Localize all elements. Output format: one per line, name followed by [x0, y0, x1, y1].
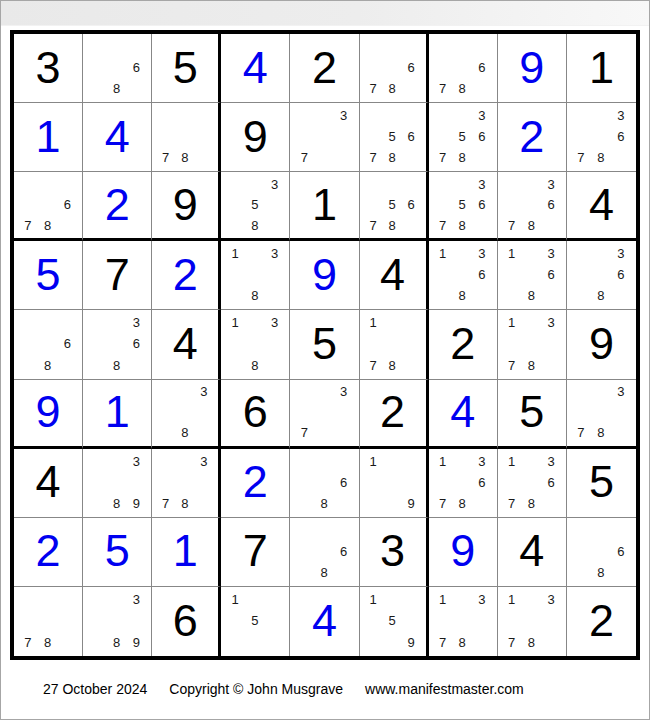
- pencil-digit-3: 3: [541, 451, 561, 472]
- cell-r5c6[interactable]: 178: [360, 310, 429, 379]
- cell-r2c7[interactable]: 35678: [429, 103, 498, 172]
- pencil-digit-1: 1: [364, 589, 383, 610]
- pencil-digit-6: 6: [541, 472, 561, 493]
- pencil-digit-8: 8: [245, 285, 265, 306]
- cell-r3c3[interactable]: 9: [152, 172, 221, 241]
- cell-r5c1[interactable]: 68: [14, 310, 83, 379]
- solved-digit: 1: [105, 389, 130, 434]
- pencil-digit-8: 8: [245, 355, 265, 376]
- cell-r7c5[interactable]: 68: [290, 449, 359, 518]
- cell-r1c8[interactable]: 9: [498, 34, 567, 103]
- pencil-digit-1: 1: [433, 451, 453, 472]
- cell-r8c7[interactable]: 9: [429, 518, 498, 587]
- given-digit: 5: [173, 45, 198, 90]
- pencil-digit-8: 8: [452, 285, 472, 306]
- footer-copyright: Copyright © John Musgrave: [169, 681, 343, 697]
- pencil-digit-8: 8: [245, 215, 265, 235]
- cell-r4c2[interactable]: 7: [83, 241, 152, 310]
- pencil-marks: 1378: [429, 587, 497, 656]
- given-digit: 9: [243, 114, 268, 159]
- pencil-digit-3: 3: [334, 382, 354, 402]
- cell-r6c1[interactable]: 9: [14, 380, 83, 449]
- pencil-digit-5: 5: [245, 610, 265, 631]
- cell-r8c1[interactable]: 2: [14, 518, 83, 587]
- pencil-digit-8: 8: [521, 355, 541, 376]
- pencil-digit-6: 6: [611, 126, 631, 147]
- solved-digit: 5: [105, 528, 130, 573]
- pencil-marks: 178: [360, 310, 426, 378]
- cell-r8c5[interactable]: 68: [290, 518, 359, 587]
- pencil-marks: 678: [429, 34, 497, 102]
- cell-r8c3[interactable]: 1: [152, 518, 221, 587]
- pencil-digit-7: 7: [502, 355, 522, 376]
- pencil-digit-7: 7: [502, 493, 522, 514]
- pencil-digit-3: 3: [472, 105, 492, 126]
- cell-r3c2[interactable]: 2: [83, 172, 152, 241]
- cell-r1c1[interactable]: 3: [14, 34, 83, 103]
- cell-r4c3[interactable]: 2: [152, 241, 221, 310]
- pencil-digit-8: 8: [175, 422, 194, 442]
- cell-r7c8[interactable]: 13678: [498, 449, 567, 518]
- pencil-digit-8: 8: [383, 355, 402, 376]
- cell-r2c4[interactable]: 9: [221, 103, 290, 172]
- cell-r7c9[interactable]: 5: [567, 449, 636, 518]
- pencil-digit-1: 1: [502, 451, 522, 472]
- cell-r8c8[interactable]: 4: [498, 518, 567, 587]
- pencil-digit-7: 7: [571, 422, 591, 442]
- cell-r5c4[interactable]: 138: [221, 310, 290, 379]
- cell-r3c9[interactable]: 4: [567, 172, 636, 241]
- pencil-marks: 37: [290, 380, 358, 446]
- pencil-digit-3: 3: [611, 382, 631, 402]
- cell-r6c2[interactable]: 1: [83, 380, 152, 449]
- pencil-marks: 1368: [429, 241, 497, 309]
- pencil-digit-8: 8: [591, 422, 611, 442]
- pencil-digit-7: 7: [433, 493, 453, 514]
- pencil-digit-1: 1: [364, 312, 383, 333]
- cell-r5c8[interactable]: 1378: [498, 310, 567, 379]
- pencil-digit-6: 6: [541, 264, 561, 285]
- given-digit: 6: [173, 598, 198, 643]
- pencil-marks: 68: [567, 518, 636, 586]
- pencil-digit-7: 7: [364, 215, 383, 235]
- cell-r8c4[interactable]: 7: [221, 518, 290, 587]
- pencil-digit-8: 8: [591, 147, 611, 168]
- pencil-digit-1: 1: [225, 589, 245, 610]
- pencil-digit-6: 6: [57, 195, 77, 215]
- pencil-marks: 1368: [498, 241, 566, 309]
- pencil-digit-8: 8: [38, 632, 58, 653]
- solved-digit: 1: [173, 528, 198, 573]
- given-digit: 5: [312, 321, 337, 366]
- cell-r3c1[interactable]: 678: [14, 172, 83, 241]
- pencil-digit-8: 8: [452, 78, 472, 99]
- cell-r1c7[interactable]: 678: [429, 34, 498, 103]
- cell-r5c5[interactable]: 5: [290, 310, 359, 379]
- pencil-digit-3: 3: [611, 105, 631, 126]
- cell-r5c2[interactable]: 368: [83, 310, 152, 379]
- cell-r2c3[interactable]: 78: [152, 103, 221, 172]
- pencil-digit-5: 5: [383, 126, 402, 147]
- given-digit: 4: [173, 321, 198, 366]
- pencil-marks: 78: [152, 103, 218, 171]
- pencil-marks: 358: [221, 172, 289, 238]
- pencil-digit-7: 7: [571, 147, 591, 168]
- window-title-bar: [1, 1, 649, 26]
- footer-date: 27 October 2024: [43, 681, 147, 697]
- cell-r1c2[interactable]: 68: [83, 34, 152, 103]
- pencil-digit-8: 8: [383, 215, 402, 235]
- solved-digit: 5: [36, 252, 61, 297]
- cell-r9c1[interactable]: 78: [14, 587, 83, 656]
- pencil-digit-5: 5: [245, 195, 265, 215]
- pencil-digit-8: 8: [452, 147, 472, 168]
- given-digit: 4: [519, 528, 544, 573]
- cell-r9c4[interactable]: 15: [221, 587, 290, 656]
- sudoku-board: 3685426786789114789375678356782367867829…: [10, 30, 640, 660]
- cell-r6c5[interactable]: 37: [290, 380, 359, 449]
- pencil-digit-5: 5: [383, 610, 402, 631]
- pencil-digit-7: 7: [18, 632, 38, 653]
- pencil-digit-7: 7: [433, 632, 453, 653]
- pencil-digit-8: 8: [107, 632, 127, 653]
- pencil-marks: 68: [290, 449, 358, 517]
- cell-r4c8[interactable]: 1368: [498, 241, 567, 310]
- pencil-digit-5: 5: [452, 195, 472, 215]
- solved-digit: 4: [312, 598, 337, 643]
- pencil-marks: 678: [360, 34, 426, 102]
- pencil-marks: 678: [14, 172, 82, 238]
- pencil-digit-3: 3: [472, 451, 492, 472]
- pencil-digit-1: 1: [433, 243, 453, 264]
- given-digit: 2: [589, 598, 614, 643]
- pencil-digit-6: 6: [127, 57, 147, 78]
- pencil-digit-7: 7: [502, 632, 522, 653]
- pencil-marks: 5678: [360, 103, 426, 171]
- cell-r7c3[interactable]: 378: [152, 449, 221, 518]
- cell-r1c9[interactable]: 1: [567, 34, 636, 103]
- pencil-digit-1: 1: [364, 451, 383, 472]
- cell-r6c7[interactable]: 4: [429, 380, 498, 449]
- cell-r2c9[interactable]: 3678: [567, 103, 636, 172]
- pencil-digit-3: 3: [127, 451, 147, 472]
- given-digit: 9: [589, 321, 614, 366]
- pencil-marks: 15: [221, 587, 289, 656]
- pencil-digit-5: 5: [383, 195, 402, 215]
- pencil-marks: 78: [14, 587, 82, 656]
- pencil-digit-1: 1: [225, 243, 245, 264]
- pencil-digit-9: 9: [402, 493, 421, 514]
- pencil-digit-5: 5: [452, 126, 472, 147]
- pencil-digit-7: 7: [156, 147, 175, 168]
- pencil-digit-3: 3: [265, 174, 285, 194]
- solved-digit: 4: [243, 45, 268, 90]
- given-digit: 4: [380, 252, 405, 297]
- cell-r9c8[interactable]: 1378: [498, 587, 567, 656]
- pencil-digit-6: 6: [402, 57, 421, 78]
- cell-r2c1[interactable]: 1: [14, 103, 83, 172]
- given-digit: 4: [36, 459, 61, 504]
- solved-digit: 2: [519, 114, 544, 159]
- pencil-digit-8: 8: [521, 215, 541, 235]
- pencil-digit-8: 8: [38, 355, 58, 376]
- cell-r5c9[interactable]: 9: [567, 310, 636, 379]
- solved-digit: 4: [450, 389, 475, 434]
- given-digit: 2: [380, 389, 405, 434]
- solved-digit: 9: [312, 252, 337, 297]
- pencil-digit-8: 8: [591, 285, 611, 306]
- pencil-marks: 37: [290, 103, 358, 171]
- cell-r1c3[interactable]: 5: [152, 34, 221, 103]
- pencil-marks: 3678: [498, 172, 566, 238]
- cell-r3c7[interactable]: 35678: [429, 172, 498, 241]
- pencil-digit-6: 6: [402, 195, 421, 215]
- pencil-marks: 389: [83, 449, 151, 517]
- cell-r3c8[interactable]: 3678: [498, 172, 567, 241]
- cell-r6c6[interactable]: 2: [360, 380, 429, 449]
- pencil-digit-8: 8: [521, 632, 541, 653]
- app-window: 3685426786789114789375678356782367867829…: [0, 0, 650, 720]
- solved-digit: 2: [36, 528, 61, 573]
- pencil-digit-8: 8: [452, 632, 472, 653]
- pencil-digit-6: 6: [472, 126, 492, 147]
- pencil-digit-7: 7: [364, 78, 383, 99]
- pencil-digit-9: 9: [127, 632, 147, 653]
- pencil-digit-3: 3: [334, 105, 354, 126]
- cell-r1c6[interactable]: 678: [360, 34, 429, 103]
- pencil-digit-6: 6: [472, 472, 492, 493]
- pencil-digit-6: 6: [334, 472, 354, 493]
- pencil-digit-3: 3: [611, 243, 631, 264]
- cell-r4c5[interactable]: 9: [290, 241, 359, 310]
- pencil-marks: 5678: [360, 172, 426, 238]
- pencil-digit-3: 3: [127, 312, 147, 333]
- pencil-digit-3: 3: [541, 589, 561, 610]
- pencil-digit-6: 6: [472, 264, 492, 285]
- given-digit: 2: [312, 45, 337, 90]
- pencil-digit-7: 7: [433, 78, 453, 99]
- cell-r9c5[interactable]: 4: [290, 587, 359, 656]
- given-digit: 2: [450, 321, 475, 366]
- pencil-digit-1: 1: [502, 312, 522, 333]
- given-digit: 5: [519, 389, 544, 434]
- cell-r8c9[interactable]: 68: [567, 518, 636, 587]
- cell-r1c5[interactable]: 2: [290, 34, 359, 103]
- solved-digit: 2: [243, 459, 268, 504]
- cell-r5c3[interactable]: 4: [152, 310, 221, 379]
- pencil-marks: 138: [221, 241, 289, 309]
- pencil-digit-8: 8: [452, 493, 472, 514]
- pencil-marks: 68: [14, 310, 82, 378]
- pencil-digit-8: 8: [591, 562, 611, 583]
- pencil-digit-1: 1: [502, 589, 522, 610]
- pencil-digit-7: 7: [364, 355, 383, 376]
- pencil-marks: 35678: [429, 103, 497, 171]
- pencil-marks: 3678: [567, 103, 636, 171]
- given-digit: 3: [380, 528, 405, 573]
- cell-r7c7[interactable]: 13678: [429, 449, 498, 518]
- solved-digit: 9: [519, 45, 544, 90]
- pencil-digit-3: 3: [541, 243, 561, 264]
- cell-r4c6[interactable]: 4: [360, 241, 429, 310]
- pencil-marks: 19: [360, 449, 426, 517]
- given-digit: 1: [589, 45, 614, 90]
- cell-r7c2[interactable]: 389: [83, 449, 152, 518]
- given-digit: 3: [36, 45, 61, 90]
- pencil-digit-6: 6: [541, 195, 561, 215]
- pencil-marks: 389: [83, 587, 151, 656]
- solved-digit: 9: [450, 528, 475, 573]
- pencil-digit-6: 6: [611, 541, 631, 562]
- cell-r8c6[interactable]: 3: [360, 518, 429, 587]
- cell-r7c1[interactable]: 4: [14, 449, 83, 518]
- pencil-digit-3: 3: [194, 451, 213, 472]
- cell-r2c5[interactable]: 37: [290, 103, 359, 172]
- cell-r9c9[interactable]: 2: [567, 587, 636, 656]
- cell-r4c4[interactable]: 138: [221, 241, 290, 310]
- cell-r3c4[interactable]: 358: [221, 172, 290, 241]
- pencil-digit-3: 3: [472, 174, 492, 194]
- pencil-marks: 368: [83, 310, 151, 378]
- cell-r5c7[interactable]: 2: [429, 310, 498, 379]
- cell-r4c7[interactable]: 1368: [429, 241, 498, 310]
- cell-r9c2[interactable]: 389: [83, 587, 152, 656]
- cell-r2c2[interactable]: 4: [83, 103, 152, 172]
- pencil-digit-3: 3: [472, 589, 492, 610]
- pencil-marks: 35678: [429, 172, 497, 238]
- cell-r7c6[interactable]: 19: [360, 449, 429, 518]
- pencil-marks: 68: [83, 34, 151, 102]
- cell-r9c6[interactable]: 159: [360, 587, 429, 656]
- cell-r1c4[interactable]: 4: [221, 34, 290, 103]
- pencil-digit-8: 8: [383, 78, 402, 99]
- pencil-digit-6: 6: [57, 333, 77, 354]
- given-digit: 1: [312, 182, 337, 227]
- pencil-digit-6: 6: [127, 333, 147, 354]
- footer-website: www.manifestmaster.com: [365, 681, 524, 697]
- pencil-marks: 1378: [498, 310, 566, 378]
- pencil-marks: 378: [152, 449, 218, 517]
- pencil-digit-8: 8: [175, 147, 194, 168]
- pencil-digit-1: 1: [502, 243, 522, 264]
- cell-r6c8[interactable]: 5: [498, 380, 567, 449]
- pencil-marks: 378: [567, 380, 636, 446]
- pencil-digit-8: 8: [521, 285, 541, 306]
- pencil-digit-7: 7: [364, 147, 383, 168]
- pencil-marks: 13678: [498, 449, 566, 517]
- cell-r2c8[interactable]: 2: [498, 103, 567, 172]
- pencil-digit-7: 7: [18, 215, 38, 235]
- cell-r4c9[interactable]: 368: [567, 241, 636, 310]
- pencil-digit-3: 3: [541, 174, 561, 194]
- pencil-digit-9: 9: [127, 493, 147, 514]
- pencil-digit-6: 6: [611, 264, 631, 285]
- pencil-marks: 13678: [429, 449, 497, 517]
- pencil-digit-6: 6: [472, 57, 492, 78]
- cell-r6c9[interactable]: 378: [567, 380, 636, 449]
- pencil-digit-8: 8: [383, 147, 402, 168]
- cell-r3c6[interactable]: 5678: [360, 172, 429, 241]
- given-digit: 7: [105, 252, 130, 297]
- given-digit: 5: [589, 459, 614, 504]
- cell-r8c2[interactable]: 5: [83, 518, 152, 587]
- pencil-digit-7: 7: [433, 215, 453, 235]
- pencil-digit-3: 3: [265, 312, 285, 333]
- cell-r9c7[interactable]: 1378: [429, 587, 498, 656]
- given-digit: 6: [243, 389, 268, 434]
- pencil-marks: 159: [360, 587, 426, 656]
- cell-r4c1[interactable]: 5: [14, 241, 83, 310]
- pencil-digit-7: 7: [433, 147, 453, 168]
- cell-r7c4[interactable]: 2: [221, 449, 290, 518]
- pencil-marks: 68: [290, 518, 358, 586]
- given-digit: 7: [243, 528, 268, 573]
- pencil-digit-3: 3: [265, 243, 285, 264]
- solved-digit: 2: [105, 182, 130, 227]
- solved-digit: 1: [36, 114, 61, 159]
- pencil-marks: 1378: [498, 587, 566, 656]
- solved-digit: 2: [173, 252, 198, 297]
- pencil-digit-8: 8: [314, 562, 334, 583]
- pencil-digit-9: 9: [402, 632, 421, 653]
- pencil-digit-3: 3: [541, 312, 561, 333]
- cell-r6c3[interactable]: 38: [152, 380, 221, 449]
- pencil-digit-7: 7: [156, 493, 175, 514]
- pencil-digit-7: 7: [502, 215, 522, 235]
- given-digit: 9: [173, 182, 198, 227]
- footer: 27 October 2024 Copyright © John Musgrav…: [1, 660, 649, 718]
- cell-r9c3[interactable]: 6: [152, 587, 221, 656]
- pencil-marks: 138: [221, 310, 289, 378]
- pencil-digit-3: 3: [194, 382, 213, 402]
- pencil-digit-7: 7: [294, 147, 314, 168]
- cell-r2c6[interactable]: 5678: [360, 103, 429, 172]
- pencil-digit-6: 6: [334, 541, 354, 562]
- solved-digit: 9: [36, 389, 61, 434]
- pencil-digit-7: 7: [294, 422, 314, 442]
- pencil-digit-8: 8: [452, 215, 472, 235]
- pencil-digit-1: 1: [433, 589, 453, 610]
- pencil-digit-8: 8: [107, 493, 127, 514]
- cell-r6c4[interactable]: 6: [221, 380, 290, 449]
- pencil-digit-3: 3: [472, 243, 492, 264]
- solved-digit: 4: [105, 114, 130, 159]
- pencil-marks: 38: [152, 380, 218, 446]
- pencil-digit-6: 6: [402, 126, 421, 147]
- given-digit: 4: [589, 182, 614, 227]
- pencil-digit-8: 8: [175, 493, 194, 514]
- pencil-digit-8: 8: [107, 78, 127, 99]
- pencil-digit-8: 8: [314, 493, 334, 514]
- cell-r3c5[interactable]: 1: [290, 172, 359, 241]
- pencil-digit-1: 1: [225, 312, 245, 333]
- pencil-digit-6: 6: [472, 195, 492, 215]
- pencil-digit-3: 3: [127, 589, 147, 610]
- pencil-digit-8: 8: [521, 493, 541, 514]
- pencil-digit-8: 8: [38, 215, 58, 235]
- pencil-marks: 368: [567, 241, 636, 309]
- pencil-digit-8: 8: [107, 355, 127, 376]
